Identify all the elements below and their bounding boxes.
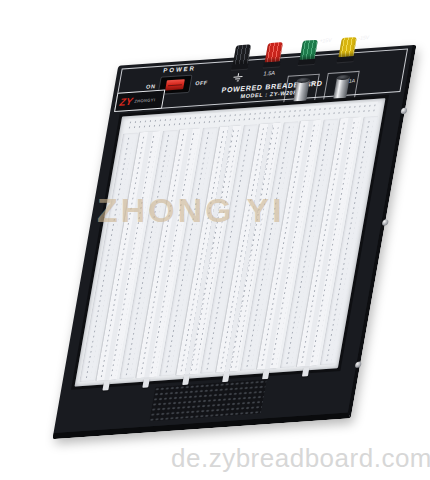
earth-ground-icon: [233, 73, 243, 81]
powered-breadboard-device: POWER ON OFF ZY ZHONGYI POWERED BREADBOA…: [52, 45, 416, 439]
breadboard: [75, 98, 386, 386]
voltage-label: -15V: [358, 34, 370, 41]
strip-clip-tab: [102, 381, 110, 391]
strip-clip-tab: [262, 370, 270, 380]
potentiometer-knob-left: [293, 79, 310, 101]
on-label: ON: [146, 83, 156, 90]
ground-banana-jack: [232, 44, 251, 69]
screw-icon: [382, 219, 389, 226]
ventilation-grille: [149, 379, 267, 421]
current-rating-label: 1.5A: [263, 70, 275, 77]
domain-watermark: de.zybreadboard.com: [171, 443, 430, 474]
off-label: OFF: [195, 79, 209, 86]
voltage-label: +15V: [319, 37, 332, 44]
rocker-button: [166, 79, 186, 90]
pot-label-right: 1A: [349, 77, 356, 84]
strip-clip-tab: [142, 378, 150, 388]
screw-icon: [400, 108, 407, 115]
pot-label-left: 2A: [309, 80, 316, 87]
yellow-banana-jack: -15V: [338, 37, 357, 62]
screw-icon: [355, 361, 362, 368]
green-banana-jack: +15V: [299, 40, 318, 65]
potentiometer-knob-right: [333, 77, 350, 99]
logo-zy-mark: ZY: [119, 96, 134, 108]
logo-subtext: ZHONGYI: [134, 97, 156, 104]
strip-clip-tab: [302, 367, 310, 377]
breadboard-strips: [77, 116, 381, 385]
brand-watermark: ZHONG YI: [97, 191, 285, 230]
breadboard-frame: [71, 95, 389, 390]
product-photo: POWER ON OFF ZY ZHONGYI POWERED BREADBOA…: [0, 0, 430, 480]
brand-logo: ZY ZHONGYI: [114, 89, 165, 112]
red-banana-jack: 1.5A: [264, 42, 283, 67]
